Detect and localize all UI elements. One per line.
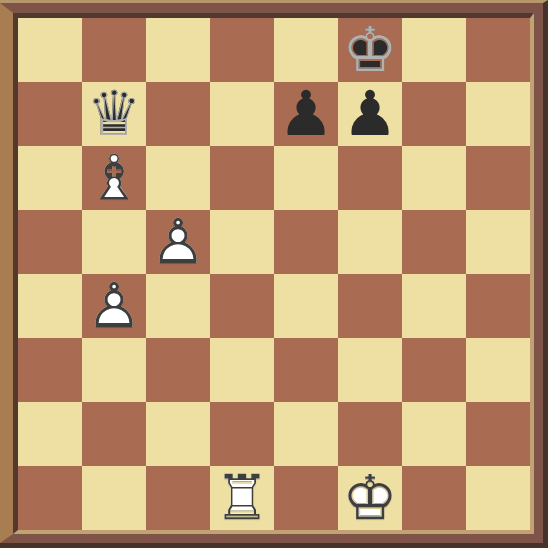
- piece-glyph-outline: ♙: [150, 211, 206, 273]
- piece-glyph-outline: ♕: [86, 83, 142, 145]
- square-e6[interactable]: [274, 146, 338, 210]
- square-e1[interactable]: [274, 466, 338, 530]
- square-g6[interactable]: [402, 146, 466, 210]
- square-c1[interactable]: [146, 466, 210, 530]
- square-e3[interactable]: [274, 338, 338, 402]
- piece-white-rook[interactable]: ♜♖: [210, 466, 274, 530]
- piece-glyph-outline: ♔: [342, 19, 398, 81]
- square-e5[interactable]: [274, 210, 338, 274]
- square-e8[interactable]: [274, 18, 338, 82]
- square-a1[interactable]: [18, 466, 82, 530]
- square-a3[interactable]: [18, 338, 82, 402]
- square-e2[interactable]: [274, 402, 338, 466]
- square-a6[interactable]: [18, 146, 82, 210]
- square-e4[interactable]: [274, 274, 338, 338]
- piece-glyph-outline: ♔: [342, 467, 398, 529]
- piece-black-king[interactable]: ♚♔: [338, 18, 402, 82]
- piece-glyph-fill: ♟: [278, 83, 334, 145]
- square-c6[interactable]: [146, 146, 210, 210]
- square-h3[interactable]: [466, 338, 530, 402]
- square-a2[interactable]: [18, 402, 82, 466]
- square-d1[interactable]: ♜♖: [210, 466, 274, 530]
- square-g3[interactable]: [402, 338, 466, 402]
- square-g7[interactable]: [402, 82, 466, 146]
- square-b2[interactable]: [82, 402, 146, 466]
- piece-glyph-outline: ♖: [214, 467, 270, 529]
- square-f2[interactable]: [338, 402, 402, 466]
- piece-black-queen[interactable]: ♛♕: [82, 82, 146, 146]
- square-g5[interactable]: [402, 210, 466, 274]
- chess-board-frame: ♚♔♛♕♟♟♝♗♟♙♟♙♜♖♚♔: [0, 0, 548, 548]
- square-b5[interactable]: [82, 210, 146, 274]
- piece-white-bishop[interactable]: ♝♗: [82, 146, 146, 210]
- chess-board: ♚♔♛♕♟♟♝♗♟♙♟♙♜♖♚♔: [18, 18, 530, 530]
- square-d8[interactable]: [210, 18, 274, 82]
- square-h4[interactable]: [466, 274, 530, 338]
- square-c8[interactable]: [146, 18, 210, 82]
- square-h2[interactable]: [466, 402, 530, 466]
- square-f4[interactable]: [338, 274, 402, 338]
- square-b8[interactable]: [82, 18, 146, 82]
- square-a5[interactable]: [18, 210, 82, 274]
- piece-white-pawn[interactable]: ♟♙: [146, 210, 210, 274]
- square-c3[interactable]: [146, 338, 210, 402]
- square-a8[interactable]: [18, 18, 82, 82]
- square-b7[interactable]: ♛♕: [82, 82, 146, 146]
- square-d5[interactable]: [210, 210, 274, 274]
- square-e7[interactable]: ♟: [274, 82, 338, 146]
- square-b1[interactable]: [82, 466, 146, 530]
- square-c7[interactable]: [146, 82, 210, 146]
- square-f6[interactable]: [338, 146, 402, 210]
- square-h6[interactable]: [466, 146, 530, 210]
- square-f1[interactable]: ♚♔: [338, 466, 402, 530]
- square-d7[interactable]: [210, 82, 274, 146]
- square-g1[interactable]: [402, 466, 466, 530]
- frame-bevel-outer: ♚♔♛♕♟♟♝♗♟♙♟♙♜♖♚♔: [0, 3, 543, 543]
- square-d2[interactable]: [210, 402, 274, 466]
- square-f8[interactable]: ♚♔: [338, 18, 402, 82]
- square-b3[interactable]: [82, 338, 146, 402]
- square-a7[interactable]: [18, 82, 82, 146]
- square-h7[interactable]: [466, 82, 530, 146]
- square-d4[interactable]: [210, 274, 274, 338]
- square-b6[interactable]: ♝♗: [82, 146, 146, 210]
- square-f3[interactable]: [338, 338, 402, 402]
- square-c5[interactable]: ♟♙: [146, 210, 210, 274]
- piece-white-pawn[interactable]: ♟♙: [82, 274, 146, 338]
- square-h5[interactable]: [466, 210, 530, 274]
- piece-black-pawn[interactable]: ♟: [274, 82, 338, 146]
- piece-glyph-fill: ♟: [342, 83, 398, 145]
- square-c2[interactable]: [146, 402, 210, 466]
- piece-glyph-outline: ♙: [86, 275, 142, 337]
- frame-bevel-inner: ♚♔♛♕♟♟♝♗♟♙♟♙♜♖♚♔: [13, 13, 534, 534]
- square-a4[interactable]: [18, 274, 82, 338]
- square-h1[interactable]: [466, 466, 530, 530]
- piece-glyph-outline: ♗: [86, 147, 142, 209]
- square-h8[interactable]: [466, 18, 530, 82]
- square-g8[interactable]: [402, 18, 466, 82]
- square-d3[interactable]: [210, 338, 274, 402]
- piece-black-pawn[interactable]: ♟: [338, 82, 402, 146]
- square-g4[interactable]: [402, 274, 466, 338]
- square-f5[interactable]: [338, 210, 402, 274]
- square-b4[interactable]: ♟♙: [82, 274, 146, 338]
- square-c4[interactable]: [146, 274, 210, 338]
- square-g2[interactable]: [402, 402, 466, 466]
- square-d6[interactable]: [210, 146, 274, 210]
- square-f7[interactable]: ♟: [338, 82, 402, 146]
- piece-white-king[interactable]: ♚♔: [338, 466, 402, 530]
